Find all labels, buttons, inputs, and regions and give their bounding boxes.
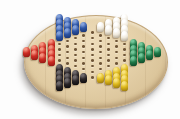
hole-empty[interactable] bbox=[82, 34, 85, 36]
peg-green[interactable] bbox=[138, 53, 145, 63]
hole-empty[interactable] bbox=[99, 57, 102, 59]
peg-red[interactable] bbox=[31, 50, 38, 60]
peg-black[interactable] bbox=[80, 73, 87, 83]
hole-empty[interactable] bbox=[115, 62, 118, 64]
peg-red[interactable] bbox=[23, 47, 30, 57]
hole-empty[interactable] bbox=[66, 57, 69, 59]
hole-empty[interactable] bbox=[115, 45, 118, 47]
photo-scene bbox=[0, 0, 180, 119]
hole-empty[interactable] bbox=[82, 40, 85, 42]
hole-empty[interactable] bbox=[115, 57, 118, 59]
hole-empty[interactable] bbox=[66, 62, 69, 64]
hole-empty[interactable] bbox=[107, 43, 110, 45]
peg-black[interactable] bbox=[72, 75, 79, 85]
peg-green[interactable] bbox=[154, 47, 161, 57]
hole-empty[interactable] bbox=[74, 54, 77, 56]
hole-empty[interactable] bbox=[74, 43, 77, 45]
hole-empty[interactable] bbox=[58, 54, 61, 56]
peg-blue[interactable] bbox=[64, 28, 71, 38]
hole-empty[interactable] bbox=[99, 40, 102, 42]
hole-empty[interactable] bbox=[107, 65, 110, 67]
hole-empty[interactable] bbox=[107, 37, 110, 39]
hole-empty[interactable] bbox=[91, 59, 94, 61]
hole-empty[interactable] bbox=[74, 65, 77, 67]
hole-empty[interactable] bbox=[91, 43, 94, 45]
board-grid bbox=[0, 0, 180, 119]
hole-empty[interactable] bbox=[91, 37, 94, 39]
peg-red[interactable] bbox=[39, 53, 46, 63]
hole-empty[interactable] bbox=[66, 40, 69, 42]
hole-empty[interactable] bbox=[91, 54, 94, 56]
peg-yellow[interactable] bbox=[121, 81, 128, 91]
hole-empty[interactable] bbox=[99, 68, 102, 70]
hole-empty[interactable] bbox=[115, 40, 118, 42]
hole-empty[interactable] bbox=[82, 68, 85, 70]
hole-empty[interactable] bbox=[66, 51, 69, 53]
hole-empty[interactable] bbox=[74, 48, 77, 50]
peg-green[interactable] bbox=[130, 56, 137, 66]
peg-white[interactable] bbox=[113, 28, 120, 38]
hole-empty[interactable] bbox=[91, 65, 94, 67]
hole-empty[interactable] bbox=[107, 48, 110, 50]
peg-blue[interactable] bbox=[56, 31, 63, 41]
peg-yellow[interactable] bbox=[105, 75, 112, 85]
hole-empty[interactable] bbox=[74, 37, 77, 39]
hole-empty[interactable] bbox=[99, 45, 102, 47]
hole-empty[interactable] bbox=[123, 59, 126, 61]
peg-white[interactable] bbox=[105, 25, 112, 35]
hole-empty[interactable] bbox=[58, 43, 61, 45]
hole-empty[interactable] bbox=[99, 51, 102, 53]
hole-empty[interactable] bbox=[82, 62, 85, 64]
hole-empty[interactable] bbox=[82, 51, 85, 53]
hole-empty[interactable] bbox=[74, 59, 77, 61]
hole-empty[interactable] bbox=[91, 71, 94, 73]
hole-empty[interactable] bbox=[58, 59, 61, 61]
peg-yellow[interactable] bbox=[113, 78, 120, 88]
peg-white[interactable] bbox=[97, 22, 104, 32]
hole-empty[interactable] bbox=[58, 48, 61, 50]
hole-empty[interactable] bbox=[66, 45, 69, 47]
peg-white[interactable] bbox=[121, 31, 128, 41]
hole-empty[interactable] bbox=[115, 51, 118, 53]
peg-black[interactable] bbox=[64, 78, 71, 88]
hole-empty[interactable] bbox=[107, 54, 110, 56]
peg-green[interactable] bbox=[146, 50, 153, 60]
hole-empty[interactable] bbox=[91, 31, 94, 33]
hole-empty[interactable] bbox=[99, 62, 102, 64]
hole-empty[interactable] bbox=[91, 76, 94, 78]
hole-empty[interactable] bbox=[123, 43, 126, 45]
hole-empty[interactable] bbox=[99, 34, 102, 36]
peg-yellow[interactable] bbox=[97, 73, 104, 83]
hole-empty[interactable] bbox=[82, 45, 85, 47]
hole-empty[interactable] bbox=[91, 48, 94, 50]
peg-red[interactable] bbox=[48, 56, 55, 66]
hole-empty[interactable] bbox=[82, 57, 85, 59]
hole-empty[interactable] bbox=[123, 48, 126, 50]
peg-black[interactable] bbox=[56, 81, 63, 91]
peg-blue[interactable] bbox=[80, 22, 87, 32]
hole-empty[interactable] bbox=[123, 54, 126, 56]
hole-empty[interactable] bbox=[107, 59, 110, 61]
peg-blue[interactable] bbox=[72, 25, 79, 35]
